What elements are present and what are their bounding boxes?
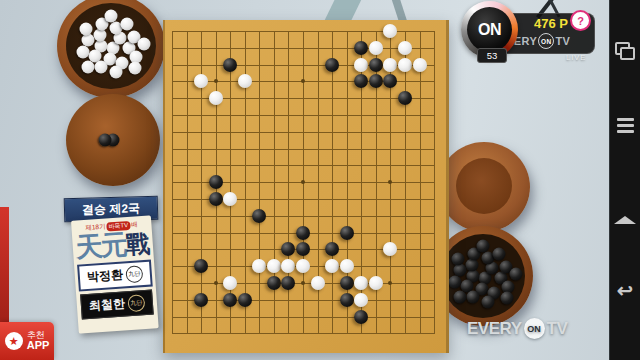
- black-stone: [354, 310, 368, 324]
- channel-number-badge: 53: [477, 48, 507, 63]
- watermark-every: EVERY: [467, 319, 522, 339]
- grid-line-h: [172, 300, 435, 301]
- captured-white-stone: [110, 66, 123, 79]
- captured-black-stone: [493, 248, 506, 261]
- white-stone: [296, 259, 310, 273]
- white-stone: [238, 74, 252, 88]
- captured-black-stone: [454, 291, 467, 304]
- star-point: [214, 79, 218, 83]
- black-stone: [340, 293, 354, 307]
- event-title-suffix: 戰: [125, 231, 151, 259]
- grid-line-v: [420, 31, 421, 334]
- series-suffix: 배: [131, 220, 138, 229]
- captured-black-stone: [482, 296, 495, 309]
- back-icon[interactable]: ↩: [610, 281, 640, 300]
- black-stone: [238, 293, 252, 307]
- player-bottom-name: 최철한: [88, 295, 125, 314]
- white-stone: [354, 58, 368, 72]
- captured-white-stone: [82, 61, 95, 74]
- white-stone: [354, 293, 368, 307]
- captured-white-stone: [137, 37, 150, 50]
- black-stone: [354, 41, 368, 55]
- event-title-main: 天元: [75, 229, 127, 262]
- menu-icon[interactable]: [610, 118, 640, 133]
- white-stone: [325, 259, 339, 273]
- grid-line-v: [405, 31, 406, 334]
- white-stone: [369, 41, 383, 55]
- recommended-app-badge[interactable]: ★ 추천 APP: [0, 322, 54, 360]
- captured-white-stone: [79, 23, 92, 36]
- event-title: 天元戰: [75, 230, 151, 262]
- white-stone: [354, 276, 368, 290]
- grid-line-h: [172, 216, 435, 217]
- white-stone: [383, 242, 397, 256]
- black-stone: [325, 242, 339, 256]
- black-stone: [267, 276, 281, 290]
- black-stone: [223, 293, 237, 307]
- brand-on-bubble-icon: ON: [538, 33, 554, 49]
- bowl-white-stones-interior: [66, 3, 156, 89]
- white-stone: [209, 91, 223, 105]
- white-stone: [267, 259, 281, 273]
- captured-black-stone: [477, 240, 490, 253]
- watermark-on-bubble-icon: ON: [524, 318, 545, 339]
- black-stone: [194, 259, 208, 273]
- event-card: 제18기 바둑TV 배 天元戰 박정환 九단 최철한 九단: [71, 215, 159, 333]
- on-logo-text: ON: [467, 7, 512, 52]
- star-point: [214, 281, 218, 285]
- black-stone: [340, 226, 354, 240]
- android-nav-sidebar: ↩: [609, 0, 640, 360]
- captured-white-stone: [105, 10, 118, 23]
- star-point: [301, 281, 305, 285]
- red-side-strip: [0, 207, 9, 323]
- captured-black-stone: [500, 292, 513, 305]
- broadcast-frame: 결승 제2국 제18기 바둑TV 배 天元戰 박정환 九단 최철한 九단 ★ 추…: [0, 0, 640, 360]
- bowl-white-stones: [57, 0, 165, 98]
- white-stone: [383, 58, 397, 72]
- captured-black-stone: [99, 134, 112, 147]
- star-point: [388, 281, 392, 285]
- black-stone: [398, 91, 412, 105]
- black-stone: [223, 58, 237, 72]
- player-name-white: 최철한 九단: [80, 290, 154, 320]
- player-name-black: 박정환 九단: [77, 260, 153, 292]
- recent-windows-icon[interactable]: [610, 42, 640, 60]
- white-stone: [413, 58, 427, 72]
- captured-white-stone: [94, 60, 107, 73]
- black-stone: [194, 293, 208, 307]
- help-icon[interactable]: ?: [570, 10, 591, 31]
- lid-with-black-stones: [66, 94, 160, 186]
- black-stone: [209, 192, 223, 206]
- grid-line-h: [172, 333, 435, 334]
- home-icon[interactable]: [610, 199, 640, 217]
- black-stone: [340, 276, 354, 290]
- grid-line-v: [332, 31, 333, 334]
- white-stone: [398, 41, 412, 55]
- captured-black-stone: [509, 267, 522, 280]
- brand-tv: TV: [555, 35, 570, 47]
- white-stone: [281, 259, 295, 273]
- star-point: [301, 79, 305, 83]
- app-badge-star-icon: ★: [5, 332, 23, 350]
- lid-ring: [456, 158, 512, 214]
- black-stone: [369, 58, 383, 72]
- captured-white-stone: [76, 46, 89, 59]
- white-stone: [383, 24, 397, 38]
- star-point: [388, 180, 392, 184]
- black-stone: [209, 175, 223, 189]
- points-label: 476 P: [534, 16, 568, 31]
- white-stone: [398, 58, 412, 72]
- white-stone: [340, 259, 354, 273]
- everyon-tv-watermark: EVERY ON TV: [467, 318, 567, 339]
- white-stone: [223, 276, 237, 290]
- white-stone: [194, 74, 208, 88]
- captured-white-stone: [121, 18, 134, 31]
- black-stone: [383, 74, 397, 88]
- go-board: [163, 20, 449, 353]
- white-stone: [369, 276, 383, 290]
- black-stone: [281, 276, 295, 290]
- player-top-name: 박정환: [86, 267, 123, 286]
- grid-line-v: [434, 31, 435, 334]
- star-point: [301, 180, 305, 184]
- white-stone: [252, 259, 266, 273]
- bowl-black-stones-interior: [441, 234, 525, 318]
- bowl-lid-empty: [438, 142, 530, 232]
- player-bottom-rank-badge: 九단: [127, 294, 145, 312]
- captured-white-stone: [128, 62, 141, 75]
- black-stone: [296, 242, 310, 256]
- player-top-rank-badge: 九단: [125, 265, 143, 283]
- white-stone: [223, 192, 237, 206]
- black-stone: [252, 209, 266, 223]
- black-stone: [325, 58, 339, 72]
- captured-black-stone: [466, 290, 479, 303]
- black-stone: [369, 74, 383, 88]
- black-stone: [296, 226, 310, 240]
- grid-line-h: [172, 317, 435, 318]
- black-stone: [281, 242, 295, 256]
- captured-black-stone: [451, 253, 464, 266]
- watermark-tv: TV: [547, 319, 568, 339]
- white-stone: [311, 276, 325, 290]
- app-badge-line2: APP: [27, 340, 50, 352]
- live-label: LIVE: [566, 53, 586, 62]
- captured-black-stone: [448, 276, 461, 289]
- black-stone: [354, 74, 368, 88]
